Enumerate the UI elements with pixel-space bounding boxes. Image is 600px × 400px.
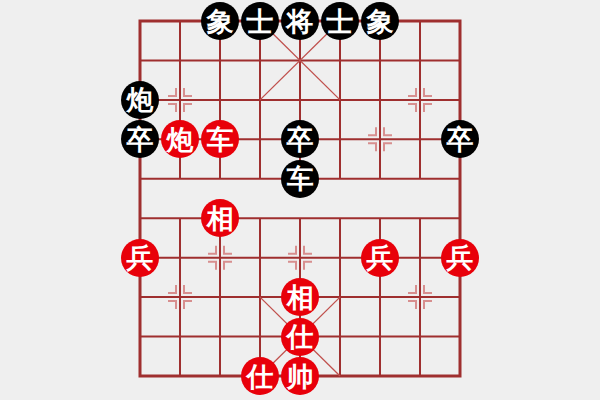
- piece-black-king[interactable]: 将: [281, 2, 319, 40]
- piece-black-elephant[interactable]: 象: [361, 2, 399, 40]
- piece-red-pawn[interactable]: 兵: [441, 239, 479, 277]
- piece-red-advisor[interactable]: 仕: [241, 357, 279, 395]
- piece-red-cannon[interactable]: 炮: [161, 120, 199, 158]
- piece-black-pawn[interactable]: 卒: [281, 120, 319, 158]
- piece-black-advisor[interactable]: 士: [241, 2, 279, 40]
- board-background: 象士将士象炮卒炮车卒卒车相兵兵兵相仕仕帅: [0, 0, 600, 400]
- piece-red-rook[interactable]: 车: [201, 120, 239, 158]
- piece-black-pawn[interactable]: 卒: [441, 120, 479, 158]
- pieces-layer: 象士将士象炮卒炮车卒卒车相兵兵兵相仕仕帅: [0, 0, 600, 400]
- piece-red-king[interactable]: 帅: [281, 357, 319, 395]
- piece-black-elephant[interactable]: 象: [201, 2, 239, 40]
- piece-black-pawn[interactable]: 卒: [121, 120, 159, 158]
- xiangqi-board: 象士将士象炮卒炮车卒卒车相兵兵兵相仕仕帅: [0, 0, 600, 400]
- piece-red-pawn[interactable]: 兵: [121, 239, 159, 277]
- piece-black-cannon[interactable]: 炮: [121, 81, 159, 119]
- piece-red-elephant[interactable]: 相: [201, 199, 239, 237]
- piece-red-pawn[interactable]: 兵: [361, 239, 399, 277]
- piece-red-elephant[interactable]: 相: [281, 278, 319, 316]
- piece-black-advisor[interactable]: 士: [321, 2, 359, 40]
- piece-red-advisor[interactable]: 仕: [281, 318, 319, 356]
- piece-black-rook[interactable]: 车: [281, 160, 319, 198]
